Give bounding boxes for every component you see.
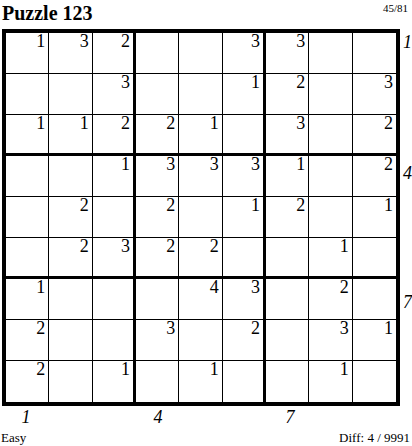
clue-text: 3 <box>251 277 260 297</box>
row-label-4: 4 <box>403 164 412 182</box>
cell-r1c9[interactable] <box>353 33 396 74</box>
cell-r7c4[interactable] <box>136 279 179 320</box>
clue-counter: 45/81 <box>383 2 408 15</box>
cell-r2c6[interactable]: 1 <box>223 74 266 115</box>
cell-r7c5[interactable]: 4 <box>179 279 222 320</box>
clue-text: 1 <box>121 359 130 379</box>
clue-text: 2 <box>80 195 89 215</box>
cell-r5c1[interactable] <box>6 197 49 238</box>
cell-r3c6[interactable] <box>223 115 266 156</box>
cell-r4c1[interactable] <box>6 156 49 197</box>
clue-text: 4 <box>210 277 219 297</box>
clue-text: 2 <box>296 195 305 215</box>
clue-text: 3 <box>80 31 89 51</box>
clue-text: 2 <box>340 277 349 297</box>
clue-text: 2 <box>121 31 130 51</box>
cell-r4c3[interactable]: 1 <box>93 156 136 197</box>
cell-r8c1[interactable]: 2 <box>6 320 49 361</box>
cell-r3c5[interactable]: 1 <box>179 115 222 156</box>
cell-r3c4[interactable]: 2 <box>136 115 179 156</box>
clue-text: 1 <box>36 113 45 133</box>
clue-text: 1 <box>340 236 349 256</box>
col-label-7: 7 <box>279 408 301 426</box>
cell-r1c7[interactable]: 3 <box>266 33 309 74</box>
cell-r6c3[interactable]: 3 <box>93 238 136 279</box>
clue-text: 1 <box>80 113 89 133</box>
puzzle-board: 1323331231122132133312221212322114322323… <box>2 29 400 406</box>
col-label-1: 1 <box>15 408 37 426</box>
cell-r9c1[interactable]: 2 <box>6 361 49 402</box>
clue-text: 3 <box>166 154 175 174</box>
clue-text: 2 <box>166 195 175 215</box>
cell-r4c9[interactable]: 2 <box>353 156 396 197</box>
clue-text: 2 <box>384 154 393 174</box>
cell-r3c9[interactable]: 2 <box>353 115 396 156</box>
cell-r8c8[interactable]: 3 <box>309 320 352 361</box>
cell-r1c2[interactable]: 3 <box>49 33 92 74</box>
cell-r9c4[interactable] <box>136 361 179 402</box>
cell-r1c8[interactable] <box>309 33 352 74</box>
cell-r1c5[interactable] <box>179 33 222 74</box>
clue-text: 2 <box>166 236 175 256</box>
cell-r4c7[interactable]: 1 <box>266 156 309 197</box>
cell-r2c9[interactable]: 3 <box>353 74 396 115</box>
cell-r8c4[interactable]: 3 <box>136 320 179 361</box>
cell-r7c9[interactable] <box>353 279 396 320</box>
cell-r5c8[interactable] <box>309 197 352 238</box>
cell-r8c6[interactable]: 2 <box>223 320 266 361</box>
cell-r8c7[interactable] <box>266 320 309 361</box>
clue-text: 2 <box>166 113 175 133</box>
clue-text: 2 <box>210 236 219 256</box>
page-title: Puzzle 123 <box>2 0 93 26</box>
clue-text: 2 <box>80 236 89 256</box>
clue-text: 1 <box>384 195 393 215</box>
clue-text: 3 <box>210 154 219 174</box>
col-label-4: 4 <box>147 408 169 426</box>
cell-r9c8[interactable]: 1 <box>309 361 352 402</box>
difficulty-score: Diff: 4 / 9991 <box>339 430 410 445</box>
cell-r2c4[interactable] <box>136 74 179 115</box>
cell-r7c2[interactable] <box>49 279 92 320</box>
clue-text: 1 <box>384 318 393 338</box>
cell-r8c2[interactable] <box>49 320 92 361</box>
cell-r4c5[interactable]: 3 <box>179 156 222 197</box>
cell-r2c5[interactable] <box>179 74 222 115</box>
cell-r3c2[interactable]: 1 <box>49 115 92 156</box>
clue-text: 3 <box>251 31 260 51</box>
cell-r9c2[interactable] <box>49 361 92 402</box>
cell-r6c4[interactable]: 2 <box>136 238 179 279</box>
cell-r3c8[interactable] <box>309 115 352 156</box>
clue-text: 1 <box>36 31 45 51</box>
clue-text: 1 <box>296 154 305 174</box>
cell-r4c8[interactable] <box>309 156 352 197</box>
cell-r2c2[interactable] <box>49 74 92 115</box>
cell-r2c7[interactable]: 2 <box>266 74 309 115</box>
puzzle-page: Puzzle 123 45/81 13233312311221321333122… <box>0 0 412 446</box>
cell-r4c2[interactable] <box>49 156 92 197</box>
clue-text: 1 <box>36 277 45 297</box>
cell-r9c3[interactable]: 1 <box>93 361 136 402</box>
cell-r6c2[interactable]: 2 <box>49 238 92 279</box>
cell-r9c9[interactable] <box>353 361 396 402</box>
cell-r3c7[interactable]: 3 <box>266 115 309 156</box>
cell-r5c5[interactable] <box>179 197 222 238</box>
clue-text: 3 <box>384 72 393 92</box>
row-label-1: 1 <box>403 33 412 51</box>
cell-r6c8[interactable]: 1 <box>309 238 352 279</box>
cell-r6c6[interactable] <box>223 238 266 279</box>
cell-r2c3[interactable]: 3 <box>93 74 136 115</box>
clue-text: 1 <box>121 154 130 174</box>
cell-r1c3[interactable]: 2 <box>93 33 136 74</box>
clue-text: 2 <box>121 113 130 133</box>
clue-text: 3 <box>121 236 130 256</box>
clue-text: 2 <box>36 318 45 338</box>
cell-r8c9[interactable]: 1 <box>353 320 396 361</box>
cell-r5c3[interactable] <box>93 197 136 238</box>
cell-r1c1[interactable]: 1 <box>6 33 49 74</box>
cell-r9c7[interactable] <box>266 361 309 402</box>
cell-r8c5[interactable] <box>179 320 222 361</box>
cell-r3c1[interactable]: 1 <box>6 115 49 156</box>
cell-r1c6[interactable]: 3 <box>223 33 266 74</box>
cell-r6c1[interactable] <box>6 238 49 279</box>
clue-text: 1 <box>210 359 219 379</box>
row-label-7: 7 <box>403 293 412 311</box>
difficulty-label: Easy <box>1 430 26 445</box>
cell-r7c6[interactable]: 3 <box>223 279 266 320</box>
cell-r7c1[interactable]: 1 <box>6 279 49 320</box>
clue-text: 3 <box>251 154 260 174</box>
cell-r5c7[interactable]: 2 <box>266 197 309 238</box>
clue-text: 1 <box>210 113 219 133</box>
cell-r5c6[interactable]: 1 <box>223 197 266 238</box>
cell-r7c7[interactable] <box>266 279 309 320</box>
cell-r5c2[interactable]: 2 <box>49 197 92 238</box>
cell-r6c5[interactable]: 2 <box>179 238 222 279</box>
cell-r3c3[interactable]: 2 <box>93 115 136 156</box>
clue-text: 3 <box>340 318 349 338</box>
cell-r9c6[interactable] <box>223 361 266 402</box>
clue-text: 1 <box>340 359 349 379</box>
cell-r6c9[interactable] <box>353 238 396 279</box>
clue-text: 3 <box>296 31 305 51</box>
clue-text: 1 <box>251 72 260 92</box>
clue-text: 2 <box>384 113 393 133</box>
cell-r1c4[interactable] <box>136 33 179 74</box>
cell-r2c8[interactable] <box>309 74 352 115</box>
clue-text: 2 <box>36 359 45 379</box>
clue-text: 2 <box>296 72 305 92</box>
clue-text: 3 <box>121 72 130 92</box>
cell-r2c1[interactable] <box>6 74 49 115</box>
cell-r8c3[interactable] <box>93 320 136 361</box>
cell-r5c4[interactable]: 2 <box>136 197 179 238</box>
cell-r4c6[interactable]: 3 <box>223 156 266 197</box>
cell-r6c7[interactable] <box>266 238 309 279</box>
clue-text: 2 <box>251 318 260 338</box>
cell-r9c5[interactable]: 1 <box>179 361 222 402</box>
cell-r7c8[interactable]: 2 <box>309 279 352 320</box>
cell-r4c4[interactable]: 3 <box>136 156 179 197</box>
clue-text: 3 <box>296 113 305 133</box>
clue-text: 1 <box>251 195 260 215</box>
clue-text: 3 <box>166 318 175 338</box>
cell-r7c3[interactable] <box>93 279 136 320</box>
cell-r5c9[interactable]: 1 <box>353 197 396 238</box>
